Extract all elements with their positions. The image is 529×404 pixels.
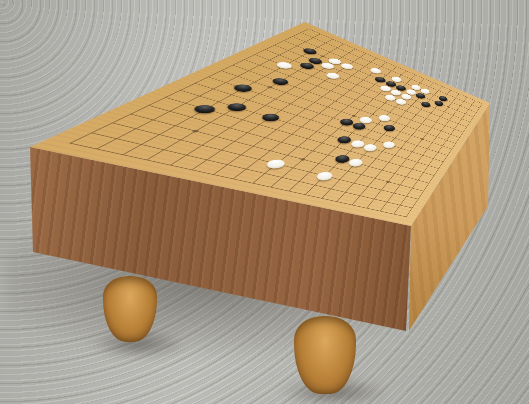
photo-stage [0, 0, 529, 404]
hoshi-point [386, 180, 391, 183]
white-stone [381, 140, 397, 149]
black-stone [382, 124, 397, 133]
goban-leg-right [294, 316, 356, 394]
goban-leg-left [103, 276, 157, 342]
white-stone [264, 158, 289, 170]
white-stone [314, 170, 335, 181]
